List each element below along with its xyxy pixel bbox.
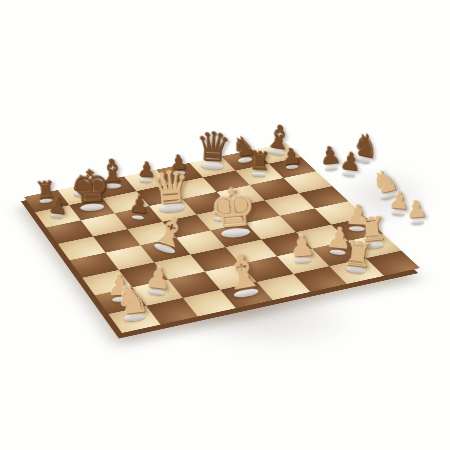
knight-glyph: ♞: [368, 164, 402, 200]
metal-wobble-base: [391, 210, 404, 215]
metal-wobble-base: [354, 156, 371, 165]
piece-black-pawn: ♟: [318, 143, 342, 169]
chess-board: [24, 143, 420, 333]
metal-wobble-base: [410, 219, 423, 224]
pawn-glyph: ♟: [318, 143, 342, 169]
piece-black-knight: ♞: [349, 128, 382, 163]
knight-glyph: ♞: [349, 128, 382, 163]
piece-white-pawn: ♟: [387, 188, 411, 214]
piece-black-pawn: ♟: [338, 149, 362, 175]
piece-white-pawn: ♟: [404, 197, 427, 223]
pawn-glyph: ♟: [387, 188, 411, 214]
pawn-glyph: ♟: [338, 149, 362, 175]
metal-wobble-base: [380, 192, 397, 201]
metal-wobble-base: [324, 165, 337, 170]
metal-wobble-base: [342, 171, 355, 177]
piece-white-knight: ♞: [368, 164, 402, 200]
chess-set-photo: ♜♟♝♟♟♛♞♝♟♚♜♟♟♛♟♝♚♝♞♟♟♟♟♜♟♜ ♟♟♞♞♟♟: [0, 0, 450, 450]
pawn-glyph: ♟: [404, 197, 427, 223]
